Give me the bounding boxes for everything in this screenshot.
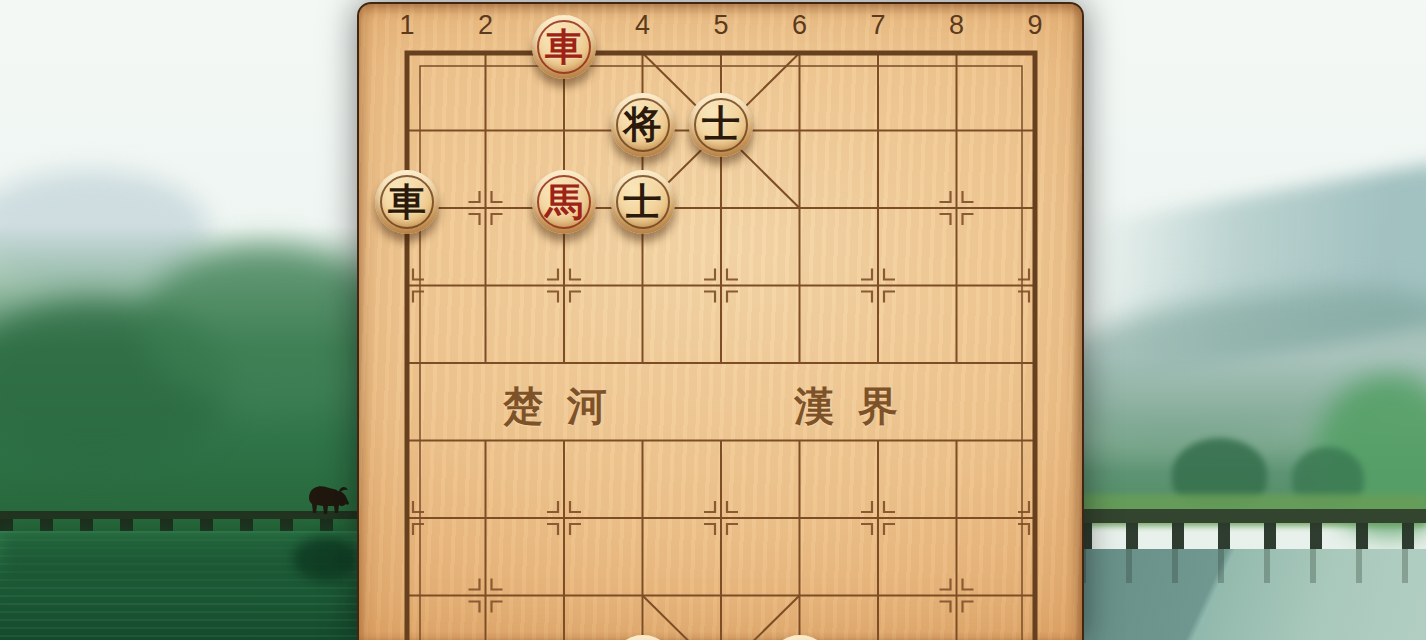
column-label-1: 1	[391, 10, 423, 41]
piece-character: 車	[375, 170, 439, 234]
piece-character	[768, 635, 832, 640]
pier-deck	[1080, 509, 1426, 523]
piece-character	[611, 635, 675, 640]
column-label-6: 6	[784, 10, 816, 41]
piece-black-advisor[interactable]: 士	[689, 93, 753, 157]
piece-character: 車	[532, 15, 596, 79]
piece-character: 士	[689, 93, 753, 157]
column-label-9: 9	[1019, 10, 1051, 41]
river-label-han-jie: 漢界	[794, 379, 922, 434]
water-buffalo-silhouette	[300, 477, 352, 517]
background-left	[0, 0, 360, 640]
piece-red-chariot[interactable]: 車	[532, 15, 596, 79]
xiangqi-board[interactable]: 123456789 楚河 漢界 車将士車馬士	[357, 2, 1084, 640]
piece-black-chariot[interactable]: 車	[375, 170, 439, 234]
column-label-5: 5	[705, 10, 737, 41]
background-right	[1080, 0, 1426, 640]
lake-water-right	[1080, 549, 1426, 640]
piece-character: 将	[611, 93, 675, 157]
column-label-8: 8	[941, 10, 973, 41]
column-label-7: 7	[862, 10, 894, 41]
buffalo-reflection	[293, 537, 357, 581]
river-label-chu-he: 楚河	[503, 379, 631, 434]
piece-black-advisor[interactable]: 士	[611, 170, 675, 234]
piece-character: 馬	[532, 170, 596, 234]
pier-posts	[1080, 523, 1426, 549]
column-label-2: 2	[470, 10, 502, 41]
piece-unknown-unidentified[interactable]	[768, 635, 832, 640]
piece-red-horse[interactable]: 馬	[532, 170, 596, 234]
piece-unknown-unidentified[interactable]	[611, 635, 675, 640]
screen: 123456789 楚河 漢界 車将士車馬士	[0, 0, 1426, 640]
column-label-4: 4	[627, 10, 659, 41]
piece-black-general[interactable]: 将	[611, 93, 675, 157]
piece-character: 士	[611, 170, 675, 234]
